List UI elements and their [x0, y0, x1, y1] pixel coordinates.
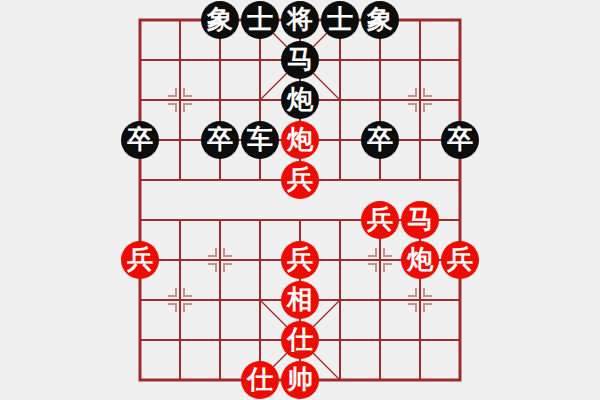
red-pawn[interactable]: 兵: [121, 241, 159, 279]
black-chariot[interactable]: 车: [241, 121, 279, 159]
black-elephant[interactable]: 象: [201, 1, 239, 39]
pieces-grid[interactable]: 象士将士象马炮卒卒车炮卒卒兵兵马兵兵炮兵相仕仕帅: [120, 0, 480, 400]
red-advisor[interactable]: 仕: [241, 361, 279, 399]
black-pawn[interactable]: 卒: [441, 121, 479, 159]
black-general[interactable]: 将: [281, 1, 319, 39]
red-general[interactable]: 帅: [281, 361, 319, 399]
xiangqi-board: 象士将士象马炮卒卒车炮卒卒兵兵马兵兵炮兵相仕仕帅: [0, 0, 600, 400]
black-advisor[interactable]: 士: [241, 1, 279, 39]
red-pawn[interactable]: 兵: [281, 161, 319, 199]
red-advisor[interactable]: 仕: [281, 321, 319, 359]
black-advisor[interactable]: 士: [321, 1, 359, 39]
black-pawn[interactable]: 卒: [201, 121, 239, 159]
red-elephant[interactable]: 相: [281, 281, 319, 319]
black-pawn[interactable]: 卒: [121, 121, 159, 159]
black-pawn[interactable]: 卒: [361, 121, 399, 159]
black-horse[interactable]: 马: [281, 41, 319, 79]
black-cannon[interactable]: 炮: [281, 81, 319, 119]
red-pawn[interactable]: 兵: [441, 241, 479, 279]
red-cannon[interactable]: 炮: [281, 121, 319, 159]
red-pawn[interactable]: 兵: [361, 201, 399, 239]
black-elephant[interactable]: 象: [361, 1, 399, 39]
red-pawn[interactable]: 兵: [281, 241, 319, 279]
red-horse[interactable]: 马: [401, 201, 439, 239]
red-cannon[interactable]: 炮: [401, 241, 439, 279]
